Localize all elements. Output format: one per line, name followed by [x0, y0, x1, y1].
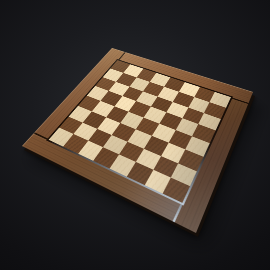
photo-background [0, 0, 270, 270]
